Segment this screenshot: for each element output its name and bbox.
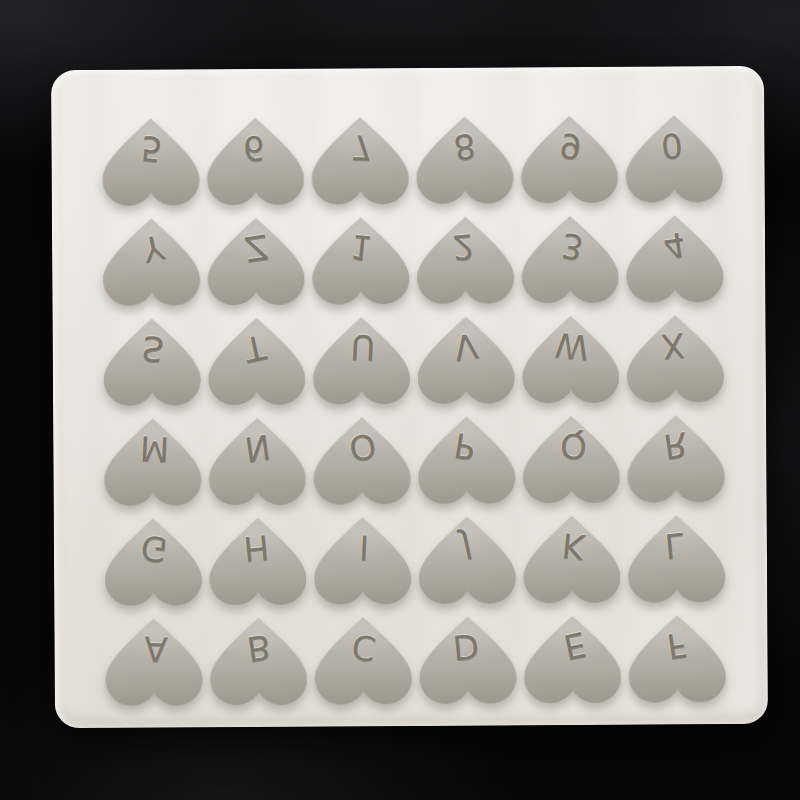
- mold-cavity: 7: [308, 112, 413, 213]
- mold-cavity: I: [310, 512, 415, 613]
- mold-cavity: K: [519, 511, 624, 612]
- mold-cavity: V: [413, 311, 518, 412]
- mold-cavity: F: [625, 610, 730, 711]
- mold-cavity: H: [205, 513, 310, 614]
- mold-cavity: X: [623, 310, 728, 411]
- mold-cavity: C: [311, 612, 416, 713]
- mold-cavity: Q: [519, 411, 624, 512]
- mold-cavity: 8: [412, 111, 517, 212]
- silicone-mold: 5 6 7 8 9 0 Y Z 1 2 3 4 S T U V W X M N …: [51, 66, 768, 728]
- mold-cavity: G: [101, 513, 206, 614]
- mold-cavity: B: [206, 613, 311, 714]
- mold-cavity: Y: [99, 213, 204, 314]
- mold-cavity: 6: [203, 113, 308, 214]
- mold-cavity: N: [205, 413, 310, 514]
- mold-cavity: E: [520, 611, 625, 712]
- mold-cavity: T: [204, 313, 309, 414]
- mold-cavity: J: [415, 511, 520, 612]
- engraved-character: A: [103, 626, 209, 671]
- engraved-character: M: [101, 426, 207, 471]
- mold-cavity: 2: [413, 211, 518, 312]
- engraved-character: I: [311, 525, 417, 570]
- mold-cavity: R: [623, 410, 728, 511]
- mold-cavity: M: [100, 413, 205, 514]
- mold-cavity: S: [99, 313, 204, 414]
- mold-cavity: 1: [308, 212, 413, 313]
- mold-cavity: A: [101, 613, 206, 714]
- mold-cavity: P: [414, 411, 519, 512]
- mold-cavity: 4: [622, 210, 727, 311]
- mold-cavity: 9: [517, 111, 622, 212]
- mold-cavity: Z: [204, 213, 309, 314]
- engraved-character: U: [310, 325, 416, 370]
- mold-cavity: 3: [518, 211, 623, 312]
- cavity-grid: 5 6 7 8 9 0 Y Z 1 2 3 4 S T U V W X M N …: [98, 110, 730, 714]
- engraved-character: Q: [520, 424, 626, 469]
- photo-background: 5 6 7 8 9 0 Y Z 1 2 3 4 S T U V W X M N …: [0, 0, 800, 800]
- mold-cavity: 0: [622, 110, 727, 211]
- mold-cavity: O: [309, 412, 414, 513]
- engraved-character: 7: [309, 125, 415, 170]
- mold-cavity: 5: [98, 113, 203, 214]
- mold-cavity: L: [624, 510, 729, 611]
- mold-cavity: W: [518, 311, 623, 412]
- mold-cavity: U: [309, 312, 414, 413]
- mold-cavity: D: [415, 611, 520, 712]
